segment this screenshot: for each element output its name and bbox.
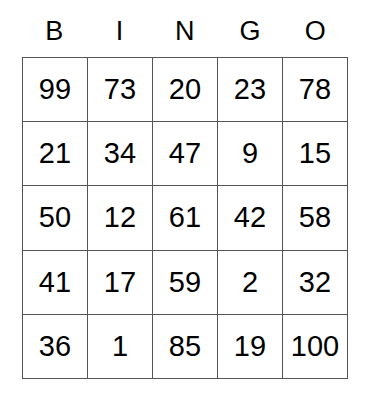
header-letter-n: N — [152, 16, 217, 47]
bingo-card-page: B I N G O 99 73 20 23 78 21 34 47 9 15 5… — [0, 0, 368, 400]
bingo-cell-r2c1[interactable]: 21 — [23, 122, 88, 186]
bingo-cell-r4c3[interactable]: 59 — [153, 251, 218, 315]
bingo-cell-r1c3[interactable]: 20 — [153, 58, 218, 122]
bingo-cell-r4c1[interactable]: 41 — [23, 251, 88, 315]
bingo-grid: 99 73 20 23 78 21 34 47 9 15 50 12 61 42… — [22, 57, 348, 379]
bingo-cell-r5c2[interactable]: 1 — [88, 315, 153, 379]
bingo-cell-r2c5[interactable]: 15 — [283, 122, 348, 186]
bingo-cell-r4c2[interactable]: 17 — [88, 251, 153, 315]
bingo-cell-r4c4[interactable]: 2 — [218, 251, 283, 315]
bingo-cell-r5c5[interactable]: 100 — [283, 315, 348, 379]
bingo-cell-r1c4[interactable]: 23 — [218, 58, 283, 122]
bingo-cell-r3c2[interactable]: 12 — [88, 186, 153, 250]
bingo-cell-r3c3[interactable]: 61 — [153, 186, 218, 250]
bingo-cell-r2c3[interactable]: 47 — [153, 122, 218, 186]
header-letter-g: G — [218, 16, 283, 47]
bingo-cell-r5c4[interactable]: 19 — [218, 315, 283, 379]
header-letter-o: O — [283, 16, 348, 47]
bingo-cell-r5c3[interactable]: 85 — [153, 315, 218, 379]
bingo-cell-r2c2[interactable]: 34 — [88, 122, 153, 186]
bingo-cell-r5c1[interactable]: 36 — [23, 315, 88, 379]
bingo-cell-r4c5[interactable]: 32 — [283, 251, 348, 315]
bingo-header-row: B I N G O — [22, 0, 348, 57]
bingo-cell-r1c5[interactable]: 78 — [283, 58, 348, 122]
bingo-cell-r3c1[interactable]: 50 — [23, 186, 88, 250]
bingo-cell-r1c2[interactable]: 73 — [88, 58, 153, 122]
bingo-cell-r1c1[interactable]: 99 — [23, 58, 88, 122]
bingo-card: B I N G O 99 73 20 23 78 21 34 47 9 15 5… — [22, 0, 348, 379]
bingo-cell-r3c5[interactable]: 58 — [283, 186, 348, 250]
bingo-cell-r2c4[interactable]: 9 — [218, 122, 283, 186]
header-letter-b: B — [22, 16, 87, 47]
header-letter-i: I — [87, 16, 152, 47]
bingo-cell-r3c4[interactable]: 42 — [218, 186, 283, 250]
